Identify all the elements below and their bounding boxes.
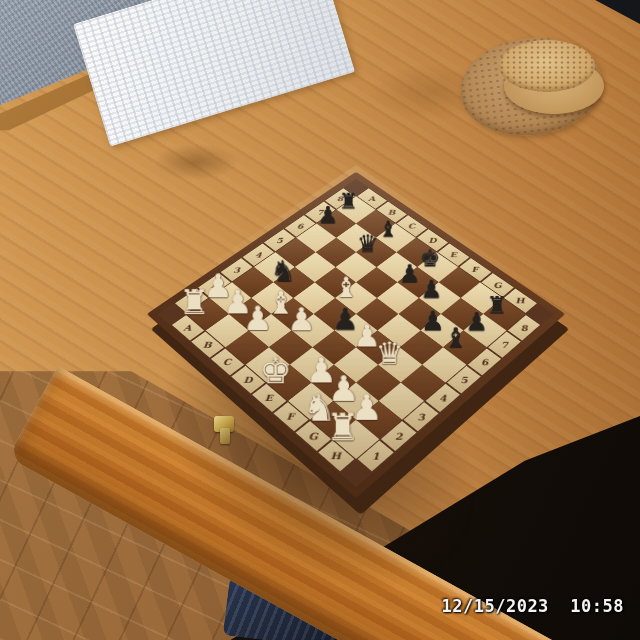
piece-white-queen-g4[interactable]: ♛ (372, 339, 408, 370)
rank-label-right-5-text: 5 (460, 375, 468, 384)
piece-black-pawn-f7[interactable]: ♟ (415, 277, 449, 302)
rank-label-right-7-text: 7 (500, 340, 508, 349)
rank-label-right-8-text: 8 (520, 323, 528, 332)
file-label-bottom-h-text: H (331, 451, 342, 461)
file-label-top-h-text: H (515, 296, 525, 304)
file-label-bottom-b-text: B (203, 340, 213, 349)
file-label-bottom-d-text: D (243, 375, 253, 384)
rank-label-left-4-text: 4 (255, 251, 262, 259)
board-scene: ABCDEFGH8♜♝♚♜87♟♛♟♟♟76♟♝65♝54♞♟♟♛43♝♟32♟… (0, 0, 640, 640)
rank-label-right-2-text: 2 (395, 431, 403, 441)
rank-label-right-4-text: 4 (439, 393, 447, 403)
file-label-bottom-c-text: C (223, 357, 232, 366)
rank-label-right-5: 5 (446, 365, 483, 395)
file-label-bottom-e-text: E (265, 393, 274, 403)
file-label-top-g-text: G (493, 281, 502, 289)
piece-black-queen-c7[interactable]: ♛ (352, 232, 384, 256)
clasp-hook (220, 428, 230, 444)
piece-white-rook-h1[interactable]: ♜ (324, 408, 362, 446)
file-label-top-f-text: F (472, 266, 480, 274)
file-label-top-a-text: A (368, 195, 375, 202)
piece-black-bishop-h6[interactable]: ♝ (438, 324, 473, 351)
file-label-bottom-f-text: F (287, 412, 295, 422)
rank-label-left-5-text: 5 (276, 236, 283, 243)
file-label-top-c-text: C (408, 222, 416, 229)
rank-label-right-6-text: 6 (480, 357, 488, 366)
file-label-bottom-a-text: A (183, 323, 192, 332)
file-label-bottom-g-text: G (308, 431, 318, 441)
piece-white-bishop-d5[interactable]: ♝ (329, 274, 363, 302)
camera-timestamp: 12/15/2023 10:58 (0, 596, 624, 616)
piece-white-pawn-d3[interactable]: ♟ (284, 304, 319, 336)
file-label-top-d-text: D (428, 236, 437, 243)
brass-clasp[interactable] (212, 414, 238, 448)
piece-white-pawn-c2[interactable]: ♟ (240, 302, 275, 335)
piece-white-rook-a1[interactable]: ♜ (177, 285, 211, 319)
piece-black-pawn-a7[interactable]: ♟ (312, 203, 344, 226)
rank-label-right-1-text: 1 (372, 451, 380, 461)
rank-label-left-6-text: 6 (297, 222, 304, 229)
file-label-top-e-text: E (450, 251, 458, 259)
rank-label-right-3-text: 3 (417, 412, 425, 422)
file-label-top-b-text: B (388, 208, 396, 215)
piece-black-knight-b4[interactable]: ♞ (267, 258, 300, 287)
piece-white-king-e1[interactable]: ♚ (257, 352, 293, 388)
